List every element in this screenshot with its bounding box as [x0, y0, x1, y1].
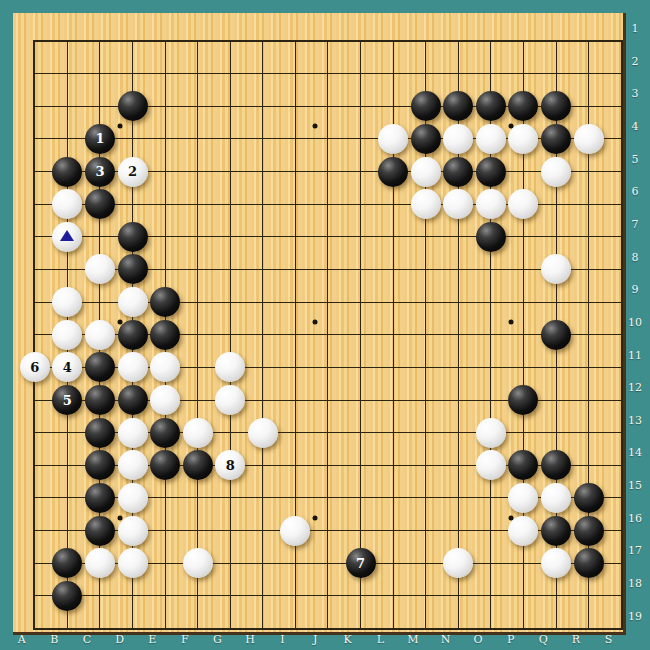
point-G6[interactable] — [214, 188, 247, 221]
point-G4[interactable] — [214, 123, 247, 156]
point-F6[interactable] — [181, 188, 214, 221]
point-N5[interactable] — [442, 155, 475, 188]
point-K11[interactable] — [344, 351, 377, 384]
point-I14[interactable] — [279, 449, 312, 482]
point-N14[interactable] — [442, 449, 475, 482]
point-H8[interactable] — [247, 253, 280, 286]
point-J1[interactable] — [312, 25, 345, 58]
point-M2[interactable] — [409, 57, 442, 90]
point-M8[interactable] — [409, 253, 442, 286]
point-N4[interactable] — [442, 123, 475, 156]
point-Q3[interactable] — [540, 90, 573, 123]
point-E8[interactable] — [149, 253, 182, 286]
point-N8[interactable] — [442, 253, 475, 286]
point-R8[interactable] — [572, 253, 605, 286]
point-C8[interactable] — [84, 253, 117, 286]
point-I16[interactable] — [279, 514, 312, 547]
point-F9[interactable] — [181, 286, 214, 319]
point-Q9[interactable] — [540, 286, 573, 319]
point-P18[interactable] — [507, 580, 540, 613]
point-O17[interactable] — [475, 547, 508, 580]
point-R12[interactable] — [572, 384, 605, 417]
point-N11[interactable] — [442, 351, 475, 384]
point-L17[interactable] — [377, 547, 410, 580]
point-C2[interactable] — [84, 57, 117, 90]
point-I7[interactable] — [279, 221, 312, 254]
point-K12[interactable] — [344, 384, 377, 417]
point-F5[interactable] — [181, 155, 214, 188]
point-D12[interactable] — [116, 384, 149, 417]
point-I4[interactable] — [279, 123, 312, 156]
point-Q11[interactable] — [540, 351, 573, 384]
point-K17[interactable]: 7 — [344, 547, 377, 580]
point-Q8[interactable] — [540, 253, 573, 286]
point-A1[interactable] — [19, 25, 52, 58]
point-I13[interactable] — [279, 416, 312, 449]
point-J6[interactable] — [312, 188, 345, 221]
point-O9[interactable] — [475, 286, 508, 319]
point-G1[interactable] — [214, 25, 247, 58]
point-F15[interactable] — [181, 482, 214, 515]
point-J4[interactable] — [312, 123, 345, 156]
point-E5[interactable] — [149, 155, 182, 188]
point-E1[interactable] — [149, 25, 182, 58]
point-I5[interactable] — [279, 155, 312, 188]
point-R18[interactable] — [572, 580, 605, 613]
point-J17[interactable] — [312, 547, 345, 580]
point-I8[interactable] — [279, 253, 312, 286]
point-M10[interactable] — [409, 318, 442, 351]
point-K14[interactable] — [344, 449, 377, 482]
point-B6[interactable] — [51, 188, 84, 221]
point-E16[interactable] — [149, 514, 182, 547]
point-N15[interactable] — [442, 482, 475, 515]
point-J3[interactable] — [312, 90, 345, 123]
point-K1[interactable] — [344, 25, 377, 58]
point-R5[interactable] — [572, 155, 605, 188]
point-O11[interactable] — [475, 351, 508, 384]
point-I1[interactable] — [279, 25, 312, 58]
point-G10[interactable] — [214, 318, 247, 351]
point-D7[interactable] — [116, 221, 149, 254]
point-Q1[interactable] — [540, 25, 573, 58]
point-A15[interactable] — [19, 482, 52, 515]
point-I3[interactable] — [279, 90, 312, 123]
point-Q17[interactable] — [540, 547, 573, 580]
point-Q18[interactable] — [540, 580, 573, 613]
point-C10[interactable] — [84, 318, 117, 351]
point-F16[interactable] — [181, 514, 214, 547]
point-A4[interactable] — [19, 123, 52, 156]
point-C11[interactable] — [84, 351, 117, 384]
point-F12[interactable] — [181, 384, 214, 417]
point-K8[interactable] — [344, 253, 377, 286]
point-F2[interactable] — [181, 57, 214, 90]
point-G8[interactable] — [214, 253, 247, 286]
point-P10[interactable] — [507, 318, 540, 351]
point-P12[interactable] — [507, 384, 540, 417]
point-O15[interactable] — [475, 482, 508, 515]
point-R6[interactable] — [572, 188, 605, 221]
point-O2[interactable] — [475, 57, 508, 90]
point-L1[interactable] — [377, 25, 410, 58]
point-J2[interactable] — [312, 57, 345, 90]
point-A8[interactable] — [19, 253, 52, 286]
point-J16[interactable] — [312, 514, 345, 547]
point-A17[interactable] — [19, 547, 52, 580]
point-E9[interactable] — [149, 286, 182, 319]
point-D17[interactable] — [116, 547, 149, 580]
point-D10[interactable] — [116, 318, 149, 351]
point-K5[interactable] — [344, 155, 377, 188]
point-E14[interactable] — [149, 449, 182, 482]
point-E17[interactable] — [149, 547, 182, 580]
point-R14[interactable] — [572, 449, 605, 482]
point-K13[interactable] — [344, 416, 377, 449]
point-L4[interactable] — [377, 123, 410, 156]
point-J14[interactable] — [312, 449, 345, 482]
point-F11[interactable] — [181, 351, 214, 384]
point-D13[interactable] — [116, 416, 149, 449]
point-E2[interactable] — [149, 57, 182, 90]
point-J9[interactable] — [312, 286, 345, 319]
point-A7[interactable] — [19, 221, 52, 254]
point-G12[interactable] — [214, 384, 247, 417]
point-E3[interactable] — [149, 90, 182, 123]
point-L13[interactable] — [377, 416, 410, 449]
point-Q6[interactable] — [540, 188, 573, 221]
point-P17[interactable] — [507, 547, 540, 580]
point-F1[interactable] — [181, 25, 214, 58]
point-L18[interactable] — [377, 580, 410, 613]
point-O13[interactable] — [475, 416, 508, 449]
point-A13[interactable] — [19, 416, 52, 449]
point-A9[interactable] — [19, 286, 52, 319]
point-P8[interactable] — [507, 253, 540, 286]
point-M14[interactable] — [409, 449, 442, 482]
point-O7[interactable] — [475, 221, 508, 254]
point-J7[interactable] — [312, 221, 345, 254]
point-J8[interactable] — [312, 253, 345, 286]
point-N1[interactable] — [442, 25, 475, 58]
point-D16[interactable] — [116, 514, 149, 547]
point-C17[interactable] — [84, 547, 117, 580]
point-G14[interactable]: 8 — [214, 449, 247, 482]
point-M1[interactable] — [409, 25, 442, 58]
point-A11[interactable]: 6 — [19, 351, 52, 384]
point-B14[interactable] — [51, 449, 84, 482]
point-G5[interactable] — [214, 155, 247, 188]
point-G18[interactable] — [214, 580, 247, 613]
point-Q12[interactable] — [540, 384, 573, 417]
point-H13[interactable] — [247, 416, 280, 449]
point-M7[interactable] — [409, 221, 442, 254]
point-O3[interactable] — [475, 90, 508, 123]
point-D5[interactable]: 2 — [116, 155, 149, 188]
point-R7[interactable] — [572, 221, 605, 254]
point-R3[interactable] — [572, 90, 605, 123]
point-H16[interactable] — [247, 514, 280, 547]
point-Q4[interactable] — [540, 123, 573, 156]
point-C16[interactable] — [84, 514, 117, 547]
point-D2[interactable] — [116, 57, 149, 90]
point-Q10[interactable] — [540, 318, 573, 351]
point-F4[interactable] — [181, 123, 214, 156]
point-G15[interactable] — [214, 482, 247, 515]
point-N17[interactable] — [442, 547, 475, 580]
point-Q13[interactable] — [540, 416, 573, 449]
point-N13[interactable] — [442, 416, 475, 449]
point-P2[interactable] — [507, 57, 540, 90]
point-D3[interactable] — [116, 90, 149, 123]
point-N2[interactable] — [442, 57, 475, 90]
point-B17[interactable] — [51, 547, 84, 580]
point-N18[interactable] — [442, 580, 475, 613]
point-R9[interactable] — [572, 286, 605, 319]
point-D1[interactable] — [116, 25, 149, 58]
point-G11[interactable] — [214, 351, 247, 384]
point-E7[interactable] — [149, 221, 182, 254]
point-I15[interactable] — [279, 482, 312, 515]
point-A6[interactable] — [19, 188, 52, 221]
point-M16[interactable] — [409, 514, 442, 547]
point-D8[interactable] — [116, 253, 149, 286]
point-H9[interactable] — [247, 286, 280, 319]
point-H6[interactable] — [247, 188, 280, 221]
point-C13[interactable] — [84, 416, 117, 449]
point-I12[interactable] — [279, 384, 312, 417]
point-P5[interactable] — [507, 155, 540, 188]
point-P16[interactable] — [507, 514, 540, 547]
point-O1[interactable] — [475, 25, 508, 58]
point-L8[interactable] — [377, 253, 410, 286]
point-A2[interactable] — [19, 57, 52, 90]
point-L2[interactable] — [377, 57, 410, 90]
point-P9[interactable] — [507, 286, 540, 319]
point-F18[interactable] — [181, 580, 214, 613]
point-O4[interactable] — [475, 123, 508, 156]
point-O6[interactable] — [475, 188, 508, 221]
point-R17[interactable] — [572, 547, 605, 580]
point-R16[interactable] — [572, 514, 605, 547]
point-B2[interactable] — [51, 57, 84, 90]
point-K6[interactable] — [344, 188, 377, 221]
point-N9[interactable] — [442, 286, 475, 319]
point-L3[interactable] — [377, 90, 410, 123]
point-D18[interactable] — [116, 580, 149, 613]
point-M9[interactable] — [409, 286, 442, 319]
point-B7[interactable] — [51, 221, 84, 254]
point-P7[interactable] — [507, 221, 540, 254]
point-K9[interactable] — [344, 286, 377, 319]
point-L15[interactable] — [377, 482, 410, 515]
point-A10[interactable] — [19, 318, 52, 351]
point-E18[interactable] — [149, 580, 182, 613]
point-K7[interactable] — [344, 221, 377, 254]
point-O14[interactable] — [475, 449, 508, 482]
point-M18[interactable] — [409, 580, 442, 613]
point-B3[interactable] — [51, 90, 84, 123]
point-L10[interactable] — [377, 318, 410, 351]
point-B18[interactable] — [51, 580, 84, 613]
point-I10[interactable] — [279, 318, 312, 351]
point-O12[interactable] — [475, 384, 508, 417]
point-B4[interactable] — [51, 123, 84, 156]
point-K3[interactable] — [344, 90, 377, 123]
point-D4[interactable] — [116, 123, 149, 156]
point-R4[interactable] — [572, 123, 605, 156]
point-B8[interactable] — [51, 253, 84, 286]
point-D9[interactable] — [116, 286, 149, 319]
point-E6[interactable] — [149, 188, 182, 221]
point-M11[interactable] — [409, 351, 442, 384]
point-R2[interactable] — [572, 57, 605, 90]
point-D14[interactable] — [116, 449, 149, 482]
point-M15[interactable] — [409, 482, 442, 515]
point-C18[interactable] — [84, 580, 117, 613]
point-L6[interactable] — [377, 188, 410, 221]
point-H7[interactable] — [247, 221, 280, 254]
point-L16[interactable] — [377, 514, 410, 547]
point-G16[interactable] — [214, 514, 247, 547]
point-L14[interactable] — [377, 449, 410, 482]
point-A18[interactable] — [19, 580, 52, 613]
point-K10[interactable] — [344, 318, 377, 351]
point-Q14[interactable] — [540, 449, 573, 482]
point-L11[interactable] — [377, 351, 410, 384]
point-C4[interactable]: 1 — [84, 123, 117, 156]
point-R10[interactable] — [572, 318, 605, 351]
point-M12[interactable] — [409, 384, 442, 417]
point-C1[interactable] — [84, 25, 117, 58]
point-R13[interactable] — [572, 416, 605, 449]
point-F3[interactable] — [181, 90, 214, 123]
point-P1[interactable] — [507, 25, 540, 58]
point-I17[interactable] — [279, 547, 312, 580]
point-J18[interactable] — [312, 580, 345, 613]
point-B1[interactable] — [51, 25, 84, 58]
point-F7[interactable] — [181, 221, 214, 254]
point-Q15[interactable] — [540, 482, 573, 515]
point-I9[interactable] — [279, 286, 312, 319]
point-J15[interactable] — [312, 482, 345, 515]
point-M5[interactable] — [409, 155, 442, 188]
point-F13[interactable] — [181, 416, 214, 449]
point-Q5[interactable] — [540, 155, 573, 188]
point-D6[interactable] — [116, 188, 149, 221]
point-M4[interactable] — [409, 123, 442, 156]
point-N3[interactable] — [442, 90, 475, 123]
point-B10[interactable] — [51, 318, 84, 351]
point-H10[interactable] — [247, 318, 280, 351]
point-H15[interactable] — [247, 482, 280, 515]
point-P11[interactable] — [507, 351, 540, 384]
point-E11[interactable] — [149, 351, 182, 384]
point-P14[interactable] — [507, 449, 540, 482]
point-N12[interactable] — [442, 384, 475, 417]
point-H3[interactable] — [247, 90, 280, 123]
point-H4[interactable] — [247, 123, 280, 156]
point-O8[interactable] — [475, 253, 508, 286]
point-O18[interactable] — [475, 580, 508, 613]
point-D11[interactable] — [116, 351, 149, 384]
point-J12[interactable] — [312, 384, 345, 417]
point-Q16[interactable] — [540, 514, 573, 547]
point-H18[interactable] — [247, 580, 280, 613]
point-G7[interactable] — [214, 221, 247, 254]
point-C3[interactable] — [84, 90, 117, 123]
point-C12[interactable] — [84, 384, 117, 417]
point-F17[interactable] — [181, 547, 214, 580]
point-B9[interactable] — [51, 286, 84, 319]
point-E12[interactable] — [149, 384, 182, 417]
point-E13[interactable] — [149, 416, 182, 449]
point-E10[interactable] — [149, 318, 182, 351]
point-B15[interactable] — [51, 482, 84, 515]
point-F8[interactable] — [181, 253, 214, 286]
point-H17[interactable] — [247, 547, 280, 580]
point-H5[interactable] — [247, 155, 280, 188]
point-G3[interactable] — [214, 90, 247, 123]
point-A14[interactable] — [19, 449, 52, 482]
point-C7[interactable] — [84, 221, 117, 254]
point-P6[interactable] — [507, 188, 540, 221]
point-P4[interactable] — [507, 123, 540, 156]
point-Q7[interactable] — [540, 221, 573, 254]
point-G13[interactable] — [214, 416, 247, 449]
point-C14[interactable] — [84, 449, 117, 482]
point-K15[interactable] — [344, 482, 377, 515]
point-O10[interactable] — [475, 318, 508, 351]
point-P13[interactable] — [507, 416, 540, 449]
point-A3[interactable] — [19, 90, 52, 123]
point-M13[interactable] — [409, 416, 442, 449]
point-O5[interactable] — [475, 155, 508, 188]
point-L9[interactable] — [377, 286, 410, 319]
point-C15[interactable] — [84, 482, 117, 515]
point-M6[interactable] — [409, 188, 442, 221]
point-H1[interactable] — [247, 25, 280, 58]
point-H14[interactable] — [247, 449, 280, 482]
point-H11[interactable] — [247, 351, 280, 384]
point-I2[interactable] — [279, 57, 312, 90]
point-K18[interactable] — [344, 580, 377, 613]
point-K16[interactable] — [344, 514, 377, 547]
point-M17[interactable] — [409, 547, 442, 580]
point-C5[interactable]: 3 — [84, 155, 117, 188]
point-D15[interactable] — [116, 482, 149, 515]
point-B13[interactable] — [51, 416, 84, 449]
point-A5[interactable] — [19, 155, 52, 188]
point-G9[interactable] — [214, 286, 247, 319]
point-J10[interactable] — [312, 318, 345, 351]
point-I6[interactable] — [279, 188, 312, 221]
point-F14[interactable] — [181, 449, 214, 482]
point-L5[interactable] — [377, 155, 410, 188]
point-E15[interactable] — [149, 482, 182, 515]
point-N6[interactable] — [442, 188, 475, 221]
point-N7[interactable] — [442, 221, 475, 254]
point-P15[interactable] — [507, 482, 540, 515]
point-P3[interactable] — [507, 90, 540, 123]
point-R11[interactable] — [572, 351, 605, 384]
point-A12[interactable] — [19, 384, 52, 417]
point-C6[interactable] — [84, 188, 117, 221]
point-B5[interactable] — [51, 155, 84, 188]
point-C9[interactable] — [84, 286, 117, 319]
point-Q2[interactable] — [540, 57, 573, 90]
point-R15[interactable] — [572, 482, 605, 515]
